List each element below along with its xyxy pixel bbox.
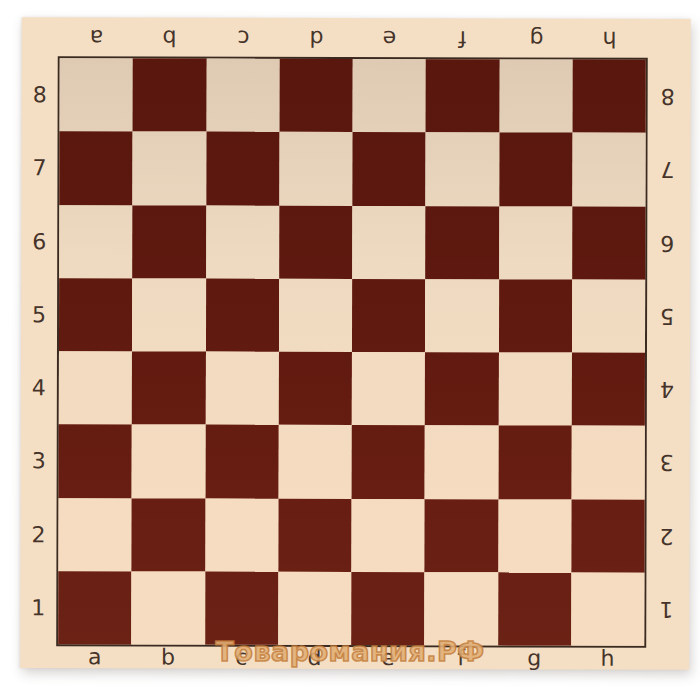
file-label-top-e: e [353,22,426,55]
square-g2 [498,499,571,572]
square-b6 [132,205,205,278]
rank-labels-right: 87654321 [648,60,686,646]
rank-label-left-7: 7 [21,131,57,204]
square-b1 [131,571,204,644]
square-d4 [279,352,352,425]
file-label-bottom-a: a [58,643,131,670]
file-label-bottom-e: e [351,644,424,671]
square-d6 [279,205,352,278]
square-c8 [206,59,279,132]
square-e6 [352,205,425,278]
file-label-bottom-c: c [205,644,278,671]
square-d1 [278,572,351,645]
square-a2 [58,498,131,571]
rank-label-right-4: 4 [649,353,685,426]
square-c7 [206,132,279,205]
file-label-top-g: g [499,22,572,55]
square-h4 [572,353,645,426]
vinyl-chessboard-sheet: abcdefgh abcdefgh 87654321 87654321 [20,17,691,670]
board-photo: abcdefgh abcdefgh 87654321 87654321 Това… [0,0,700,700]
square-a5 [59,278,132,351]
square-d5 [279,279,352,352]
rank-label-right-8: 8 [650,60,686,133]
square-g7 [499,133,572,206]
square-d3 [278,425,351,498]
square-c3 [205,425,278,498]
file-label-bottom-d: d [278,644,351,671]
square-h2 [571,499,644,572]
square-f7 [426,132,499,205]
square-g3 [498,426,571,499]
file-label-top-c: c [206,22,279,55]
rank-label-right-3: 3 [649,426,685,499]
file-label-bottom-h: h [571,645,644,672]
file-label-bottom-g: g [498,644,571,671]
square-d2 [278,498,351,571]
square-b5 [132,278,205,351]
rank-label-left-3: 3 [21,424,57,497]
square-e7 [352,132,425,205]
square-h8 [572,60,645,133]
file-label-bottom-b: b [131,643,204,670]
rank-label-right-6: 6 [649,206,685,279]
square-a6 [59,205,132,278]
square-d7 [279,132,352,205]
square-e3 [352,425,425,498]
square-a7 [59,131,132,204]
file-labels-top: abcdefgh [60,21,646,56]
square-e1 [351,572,424,645]
square-g4 [498,352,571,425]
rank-label-left-8: 8 [22,58,58,131]
square-f3 [425,425,498,498]
rank-label-right-7: 7 [649,133,685,206]
square-g1 [498,572,571,645]
square-a4 [59,351,132,424]
square-g5 [498,279,571,352]
square-f1 [424,572,497,645]
square-b8 [133,58,206,131]
square-e8 [353,59,426,132]
rank-label-left-2: 2 [20,498,56,571]
rank-label-left-4: 4 [21,351,57,424]
square-c2 [205,498,278,571]
square-f6 [425,206,498,279]
file-label-top-f: f [426,22,499,55]
rank-label-right-5: 5 [649,280,685,353]
square-b2 [132,498,205,571]
square-h1 [571,572,644,645]
square-h6 [572,206,645,279]
rank-labels-left: 87654321 [20,58,58,644]
square-a8 [60,58,133,131]
square-a3 [59,424,132,497]
chess-board-grid [56,56,648,648]
file-label-bottom-f: f [424,644,497,671]
square-f4 [425,352,498,425]
square-c1 [205,571,278,644]
square-f2 [425,499,498,572]
file-label-top-a: a [60,21,133,54]
square-f5 [425,279,498,352]
square-f8 [426,59,499,132]
file-label-top-h: h [573,23,646,56]
square-h7 [572,133,645,206]
rank-label-right-1: 1 [648,573,684,646]
square-e2 [351,498,424,571]
square-g6 [499,206,572,279]
square-h3 [571,426,644,499]
square-c5 [205,278,278,351]
square-d8 [279,59,352,132]
rank-label-left-6: 6 [21,205,57,278]
square-e4 [352,352,425,425]
rank-label-left-1: 1 [20,571,56,644]
rank-label-right-2: 2 [648,499,684,572]
square-g8 [499,59,572,132]
square-c6 [206,205,279,278]
square-h5 [572,279,645,352]
square-b3 [132,425,205,498]
square-a1 [58,571,131,644]
square-b4 [132,351,205,424]
rank-label-left-5: 5 [21,278,57,351]
square-c4 [205,352,278,425]
square-b7 [133,132,206,205]
file-label-top-d: d [280,22,353,55]
file-label-top-b: b [133,21,206,54]
square-e5 [352,279,425,352]
